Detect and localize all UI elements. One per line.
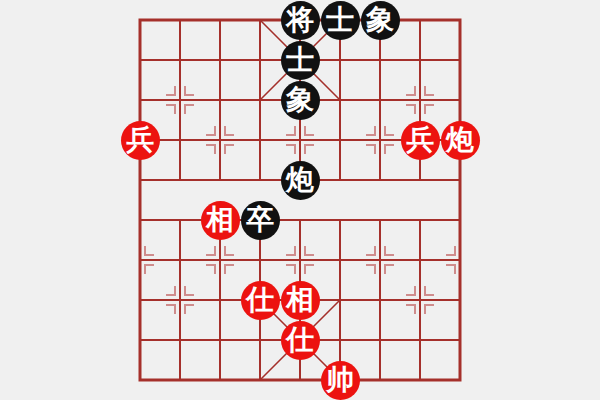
piece-red-elephant[interactable]: 相 xyxy=(201,201,240,240)
board-point: 炮 xyxy=(280,160,320,200)
board-point: 象 xyxy=(280,80,320,120)
board-point: 士 xyxy=(280,40,320,80)
piece-black-soldier[interactable]: 卒 xyxy=(241,201,280,240)
board-point: 相 xyxy=(280,280,320,320)
board-point: 将 xyxy=(280,0,320,40)
board-point: 帅 xyxy=(320,360,360,400)
board-point: 士 xyxy=(320,0,360,40)
piece-red-soldier[interactable]: 兵 xyxy=(401,121,440,160)
board-point: 兵 xyxy=(120,120,160,160)
piece-black-advisor[interactable]: 士 xyxy=(321,1,360,40)
piece-black-elephant[interactable]: 象 xyxy=(361,1,400,40)
board-point: 仕 xyxy=(280,320,320,360)
piece-red-advisor[interactable]: 仕 xyxy=(281,321,320,360)
piece-red-cannon[interactable]: 炮 xyxy=(441,121,480,160)
xiangqi-app: 将士象士象兵兵炮炮相卒仕相仕帅 xyxy=(0,0,600,400)
piece-black-general[interactable]: 将 xyxy=(281,1,320,40)
piece-red-elephant[interactable]: 相 xyxy=(281,281,320,320)
board-point: 仕 xyxy=(240,280,280,320)
xiangqi-board[interactable]: 将士象士象兵兵炮炮相卒仕相仕帅 xyxy=(120,0,480,400)
board-point: 兵 xyxy=(400,120,440,160)
board-point: 卒 xyxy=(240,200,280,240)
board-point: 象 xyxy=(360,0,400,40)
piece-black-advisor[interactable]: 士 xyxy=(281,41,320,80)
piece-black-cannon[interactable]: 炮 xyxy=(281,161,320,200)
board-point: 相 xyxy=(200,200,240,240)
piece-red-general[interactable]: 帅 xyxy=(321,361,360,400)
board-point: 炮 xyxy=(440,120,480,160)
piece-black-elephant[interactable]: 象 xyxy=(281,81,320,120)
piece-red-advisor[interactable]: 仕 xyxy=(241,281,280,320)
piece-red-soldier[interactable]: 兵 xyxy=(121,121,160,160)
